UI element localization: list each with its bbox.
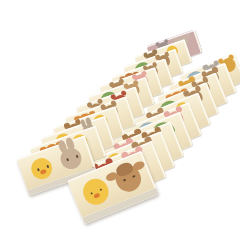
deer-head-patch — [114, 161, 134, 178]
deer-eyes — [123, 179, 126, 182]
product-photo-animal-domino-tiles — [0, 0, 240, 240]
animal-deer — [112, 162, 145, 195]
chick-beak — [94, 192, 101, 198]
animal-chick — [28, 154, 55, 181]
animal-bunny — [58, 144, 85, 171]
bunny-eyes — [66, 158, 69, 161]
chick-beak — [40, 168, 47, 174]
